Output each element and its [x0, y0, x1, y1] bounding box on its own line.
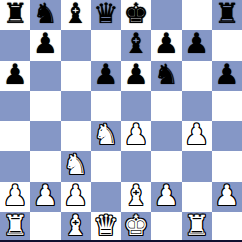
square-b5[interactable]: [30, 91, 60, 121]
square-g7[interactable]: ♟: [182, 30, 212, 60]
white-knight-piece: ♞: [63, 151, 88, 180]
square-g3[interactable]: [182, 151, 212, 181]
chess-board: ♜♞♝♛♚♜♟♝♟♟♟♟♟♞♟♞♟♟♞♟♟♟♝♟♟♜♝♛♚♜: [0, 0, 242, 242]
chess-board-grid: ♜♞♝♛♚♜♟♝♟♟♟♟♟♞♟♞♟♟♞♟♟♟♝♟♟♜♝♛♚♜: [0, 0, 242, 242]
square-f2[interactable]: ♟: [151, 182, 181, 212]
square-f8[interactable]: [151, 0, 181, 30]
square-f6[interactable]: ♞: [151, 61, 181, 91]
square-d3[interactable]: [91, 151, 121, 181]
square-a5[interactable]: [0, 91, 30, 121]
white-bishop-piece: ♝: [124, 182, 149, 211]
square-e2[interactable]: ♝: [121, 182, 151, 212]
square-c7[interactable]: [61, 30, 91, 60]
square-g4[interactable]: ♟: [182, 121, 212, 151]
square-g5[interactable]: [182, 91, 212, 121]
white-rook-piece: ♜: [184, 212, 209, 241]
black-king-piece: ♚: [124, 0, 149, 29]
square-a8[interactable]: ♜: [0, 0, 30, 30]
white-pawn-piece: ♟: [124, 121, 149, 150]
white-pawn-piece: ♟: [214, 182, 239, 211]
square-d1[interactable]: ♛: [91, 212, 121, 242]
black-pawn-piece: ♟: [93, 61, 118, 90]
black-knight-piece: ♞: [154, 61, 179, 90]
square-h7[interactable]: [212, 30, 242, 60]
square-a6[interactable]: ♟: [0, 61, 30, 91]
square-d8[interactable]: ♛: [91, 0, 121, 30]
white-knight-piece: ♞: [93, 121, 118, 150]
square-a3[interactable]: [0, 151, 30, 181]
square-c6[interactable]: [61, 61, 91, 91]
square-b2[interactable]: ♟: [30, 182, 60, 212]
black-bishop-piece: ♝: [63, 0, 88, 29]
white-bishop-piece: ♝: [63, 212, 88, 241]
square-f3[interactable]: [151, 151, 181, 181]
white-pawn-piece: ♟: [3, 182, 28, 211]
square-g1[interactable]: ♜: [182, 212, 212, 242]
white-rook-piece: ♜: [3, 212, 28, 241]
white-pawn-piece: ♟: [33, 182, 58, 211]
square-e3[interactable]: [121, 151, 151, 181]
square-g6[interactable]: [182, 61, 212, 91]
square-a4[interactable]: [0, 121, 30, 151]
square-c8[interactable]: ♝: [61, 0, 91, 30]
square-h6[interactable]: ♟: [212, 61, 242, 91]
square-c1[interactable]: ♝: [61, 212, 91, 242]
square-h5[interactable]: [212, 91, 242, 121]
black-knight-piece: ♞: [33, 0, 58, 29]
square-b4[interactable]: [30, 121, 60, 151]
square-f7[interactable]: ♟: [151, 30, 181, 60]
square-a1[interactable]: ♜: [0, 212, 30, 242]
black-rook-piece: ♜: [214, 0, 239, 29]
square-h8[interactable]: ♜: [212, 0, 242, 30]
square-c4[interactable]: [61, 121, 91, 151]
square-e8[interactable]: ♚: [121, 0, 151, 30]
square-b8[interactable]: ♞: [30, 0, 60, 30]
white-king-piece: ♚: [124, 212, 149, 241]
black-bishop-piece: ♝: [124, 30, 149, 59]
square-b7[interactable]: ♟: [30, 30, 60, 60]
square-e7[interactable]: ♝: [121, 30, 151, 60]
square-g8[interactable]: [182, 0, 212, 30]
square-h1[interactable]: [212, 212, 242, 242]
square-e4[interactable]: ♟: [121, 121, 151, 151]
black-queen-piece: ♛: [93, 0, 118, 29]
square-b6[interactable]: [30, 61, 60, 91]
black-pawn-piece: ♟: [154, 30, 179, 59]
square-c3[interactable]: ♞: [61, 151, 91, 181]
square-c2[interactable]: ♟: [61, 182, 91, 212]
square-g2[interactable]: [182, 182, 212, 212]
white-pawn-piece: ♟: [154, 182, 179, 211]
square-f4[interactable]: [151, 121, 181, 151]
square-d2[interactable]: [91, 182, 121, 212]
black-rook-piece: ♜: [3, 0, 28, 29]
black-pawn-piece: ♟: [3, 61, 28, 90]
square-b3[interactable]: [30, 151, 60, 181]
square-a7[interactable]: [0, 30, 30, 60]
square-e1[interactable]: ♚: [121, 212, 151, 242]
square-d4[interactable]: ♞: [91, 121, 121, 151]
square-b1[interactable]: [30, 212, 60, 242]
square-d7[interactable]: [91, 30, 121, 60]
square-d5[interactable]: [91, 91, 121, 121]
square-h4[interactable]: [212, 121, 242, 151]
white-pawn-piece: ♟: [63, 182, 88, 211]
square-d6[interactable]: ♟: [91, 61, 121, 91]
black-pawn-piece: ♟: [184, 30, 209, 59]
square-a2[interactable]: ♟: [0, 182, 30, 212]
square-e5[interactable]: [121, 91, 151, 121]
black-pawn-piece: ♟: [33, 30, 58, 59]
white-pawn-piece: ♟: [184, 121, 209, 150]
black-pawn-piece: ♟: [124, 61, 149, 90]
square-h3[interactable]: [212, 151, 242, 181]
square-e6[interactable]: ♟: [121, 61, 151, 91]
black-pawn-piece: ♟: [214, 61, 239, 90]
square-f5[interactable]: [151, 91, 181, 121]
square-h2[interactable]: ♟: [212, 182, 242, 212]
square-c5[interactable]: [61, 91, 91, 121]
white-queen-piece: ♛: [93, 212, 118, 241]
square-f1[interactable]: [151, 212, 181, 242]
